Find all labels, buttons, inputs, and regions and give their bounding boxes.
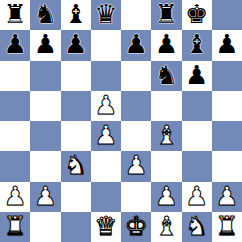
- square-a4[interactable]: [0, 121, 30, 151]
- black-pawn[interactable]: ♟: [155, 31, 178, 57]
- square-f5[interactable]: [151, 91, 181, 121]
- square-c1[interactable]: [61, 212, 91, 242]
- square-e5[interactable]: [121, 91, 151, 121]
- square-h8[interactable]: [212, 0, 242, 30]
- square-h5[interactable]: [212, 91, 242, 121]
- square-g2[interactable]: ♟: [182, 182, 212, 212]
- square-h2[interactable]: ♟: [212, 182, 242, 212]
- black-bishop[interactable]: ♝: [185, 31, 208, 57]
- square-d2[interactable]: [91, 182, 121, 212]
- square-a3[interactable]: [0, 151, 30, 181]
- square-g8[interactable]: ♚: [182, 0, 212, 30]
- black-pawn[interactable]: ♟: [185, 62, 208, 88]
- square-b1[interactable]: [30, 212, 60, 242]
- white-pawn[interactable]: ♟: [215, 183, 238, 209]
- square-f4[interactable]: ♝: [151, 121, 181, 151]
- white-bishop[interactable]: ♝: [155, 122, 178, 148]
- square-e7[interactable]: ♟: [121, 30, 151, 60]
- black-pawn[interactable]: ♟: [64, 31, 87, 57]
- square-b3[interactable]: [30, 151, 60, 181]
- white-knight[interactable]: ♞: [185, 213, 208, 239]
- square-h3[interactable]: [212, 151, 242, 181]
- square-a7[interactable]: ♟: [0, 30, 30, 60]
- black-pawn[interactable]: ♟: [215, 31, 238, 57]
- black-knight[interactable]: ♞: [34, 1, 57, 27]
- white-rook[interactable]: ♜: [3, 213, 26, 239]
- white-pawn[interactable]: ♟: [34, 183, 57, 209]
- square-d1[interactable]: ♛: [91, 212, 121, 242]
- square-e1[interactable]: ♚: [121, 212, 151, 242]
- square-d6[interactable]: [91, 61, 121, 91]
- black-rook[interactable]: ♜: [3, 1, 26, 27]
- square-e6[interactable]: [121, 61, 151, 91]
- square-c6[interactable]: [61, 61, 91, 91]
- square-f1[interactable]: ♝: [151, 212, 181, 242]
- white-queen[interactable]: ♛: [94, 213, 117, 239]
- square-b4[interactable]: [30, 121, 60, 151]
- square-d5[interactable]: ♟: [91, 91, 121, 121]
- square-f7[interactable]: ♟: [151, 30, 181, 60]
- square-d7[interactable]: [91, 30, 121, 60]
- square-f8[interactable]: ♜: [151, 0, 181, 30]
- square-b6[interactable]: [30, 61, 60, 91]
- square-h7[interactable]: ♟: [212, 30, 242, 60]
- square-c7[interactable]: ♟: [61, 30, 91, 60]
- square-g6[interactable]: ♟: [182, 61, 212, 91]
- square-h1[interactable]: ♜: [212, 212, 242, 242]
- black-knight[interactable]: ♞: [155, 62, 178, 88]
- square-a1[interactable]: ♜: [0, 212, 30, 242]
- black-pawn[interactable]: ♟: [3, 31, 26, 57]
- square-a8[interactable]: ♜: [0, 0, 30, 30]
- square-e2[interactable]: [121, 182, 151, 212]
- chess-board-container: ♜♞♝♛♜♚♟♟♟♟♟♝♟♞♟♟♟♝♞♟♟♟♟♟♟♜♛♚♝♞♜: [0, 0, 242, 242]
- square-c8[interactable]: ♝: [61, 0, 91, 30]
- square-a5[interactable]: [0, 91, 30, 121]
- white-rook[interactable]: ♜: [215, 213, 238, 239]
- square-f2[interactable]: ♟: [151, 182, 181, 212]
- square-b7[interactable]: ♟: [30, 30, 60, 60]
- white-pawn[interactable]: ♟: [185, 183, 208, 209]
- square-f6[interactable]: ♞: [151, 61, 181, 91]
- white-pawn[interactable]: ♟: [94, 92, 117, 118]
- square-g3[interactable]: [182, 151, 212, 181]
- square-e4[interactable]: [121, 121, 151, 151]
- square-c2[interactable]: [61, 182, 91, 212]
- square-a6[interactable]: [0, 61, 30, 91]
- square-b8[interactable]: ♞: [30, 0, 60, 30]
- square-d3[interactable]: [91, 151, 121, 181]
- white-pawn[interactable]: ♟: [124, 152, 147, 178]
- square-g5[interactable]: [182, 91, 212, 121]
- square-h4[interactable]: [212, 121, 242, 151]
- square-c4[interactable]: [61, 121, 91, 151]
- square-f3[interactable]: [151, 151, 181, 181]
- black-bishop[interactable]: ♝: [64, 1, 87, 27]
- white-pawn[interactable]: ♟: [3, 183, 26, 209]
- square-c3[interactable]: ♞: [61, 151, 91, 181]
- square-g4[interactable]: [182, 121, 212, 151]
- white-bishop[interactable]: ♝: [155, 213, 178, 239]
- white-king[interactable]: ♚: [124, 213, 147, 239]
- square-e8[interactable]: [121, 0, 151, 30]
- black-pawn[interactable]: ♟: [34, 31, 57, 57]
- square-h6[interactable]: [212, 61, 242, 91]
- chess-board: ♜♞♝♛♜♚♟♟♟♟♟♝♟♞♟♟♟♝♞♟♟♟♟♟♟♜♛♚♝♞♜: [0, 0, 242, 242]
- black-pawn[interactable]: ♟: [124, 31, 147, 57]
- square-e3[interactable]: ♟: [121, 151, 151, 181]
- square-b5[interactable]: [30, 91, 60, 121]
- square-a2[interactable]: ♟: [0, 182, 30, 212]
- square-d4[interactable]: ♟: [91, 121, 121, 151]
- black-king[interactable]: ♚: [185, 1, 208, 27]
- white-knight[interactable]: ♞: [64, 152, 87, 178]
- black-rook[interactable]: ♜: [155, 1, 178, 27]
- white-pawn[interactable]: ♟: [155, 183, 178, 209]
- square-d8[interactable]: ♛: [91, 0, 121, 30]
- square-g1[interactable]: ♞: [182, 212, 212, 242]
- white-pawn[interactable]: ♟: [94, 122, 117, 148]
- square-c5[interactable]: [61, 91, 91, 121]
- square-g7[interactable]: ♝: [182, 30, 212, 60]
- square-b2[interactable]: ♟: [30, 182, 60, 212]
- black-queen[interactable]: ♛: [94, 1, 117, 27]
